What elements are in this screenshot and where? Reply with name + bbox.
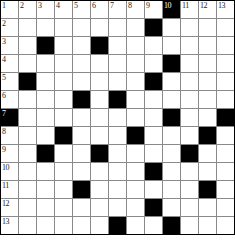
cell-r3-c8-white[interactable] bbox=[127, 37, 144, 54]
cell-r2-c11-white[interactable] bbox=[181, 19, 198, 36]
cell-r2-c4-white[interactable] bbox=[55, 19, 72, 36]
cell-r3-c12-white[interactable] bbox=[199, 37, 216, 54]
cell-coordinate-label: 9 bbox=[2, 145, 6, 154]
cell-r5-c10-white[interactable] bbox=[163, 73, 180, 90]
cell-r10-c1-white[interactable]: 10 bbox=[1, 163, 18, 180]
cell-r3-c13-white[interactable] bbox=[217, 37, 234, 54]
cell-r8-c12-black bbox=[199, 127, 216, 144]
cell-r8-c10-white[interactable] bbox=[163, 127, 180, 144]
cell-r3-c7-white[interactable] bbox=[109, 37, 126, 54]
cell-r12-c10-white[interactable] bbox=[163, 199, 180, 216]
cell-r1-c10-black: 10 bbox=[163, 1, 180, 18]
cell-coordinate-label: 1 bbox=[2, 1, 6, 10]
cell-r1-c13-white[interactable]: 13 bbox=[217, 1, 234, 18]
cell-r8-c2-white[interactable] bbox=[19, 127, 36, 144]
cell-r8-c6-white[interactable] bbox=[91, 127, 108, 144]
cell-coordinate-label: 6 bbox=[92, 1, 96, 10]
cell-coordinate-label: 11 bbox=[2, 181, 9, 190]
cell-r6-c10-white[interactable] bbox=[163, 91, 180, 108]
cell-r10-c3-white[interactable] bbox=[37, 163, 54, 180]
cell-r3-c9-white[interactable] bbox=[145, 37, 162, 54]
cell-r13-c4-white[interactable] bbox=[55, 217, 72, 234]
cell-r2-c6-white[interactable] bbox=[91, 19, 108, 36]
cell-r13-c9-white[interactable] bbox=[145, 217, 162, 234]
cell-r12-c2-white[interactable] bbox=[19, 199, 36, 216]
cell-r6-c9-white[interactable] bbox=[145, 91, 162, 108]
cell-r13-c6-white[interactable] bbox=[91, 217, 108, 234]
cell-r13-c12-white[interactable] bbox=[199, 217, 216, 234]
cell-r8-c4-black bbox=[55, 127, 72, 144]
cell-r9-c1-white[interactable]: 9 bbox=[1, 145, 18, 162]
cell-r8-c1-white[interactable]: 8 bbox=[1, 127, 18, 144]
cell-r7-c6-white[interactable] bbox=[91, 109, 108, 126]
cell-r6-c1-white[interactable]: 6 bbox=[1, 91, 18, 108]
cell-r6-c11-white[interactable] bbox=[181, 91, 198, 108]
cell-r7-c11-white[interactable] bbox=[181, 109, 198, 126]
cell-r12-c4-white[interactable] bbox=[55, 199, 72, 216]
cell-r5-c6-white[interactable] bbox=[91, 73, 108, 90]
cell-r5-c7-white[interactable] bbox=[109, 73, 126, 90]
crossword-grid: 123456789101112132345678910111213 bbox=[0, 0, 235, 235]
cell-coordinate-label: 12 bbox=[2, 199, 9, 208]
cell-r8-c9-white[interactable] bbox=[145, 127, 162, 144]
cell-r1-c4-white[interactable]: 4 bbox=[55, 1, 72, 18]
cell-r4-c5-white[interactable] bbox=[73, 55, 90, 72]
cell-r13-c1-white[interactable]: 13 bbox=[1, 217, 18, 234]
cell-r5-c5-white[interactable] bbox=[73, 73, 90, 90]
cell-r6-c4-white[interactable] bbox=[55, 91, 72, 108]
cell-coordinate-label: 9 bbox=[146, 1, 150, 10]
cell-r13-c13-white[interactable] bbox=[217, 217, 234, 234]
cell-r4-c11-white[interactable] bbox=[181, 55, 198, 72]
cell-r7-c2-white[interactable] bbox=[19, 109, 36, 126]
cell-r4-c13-white[interactable] bbox=[217, 55, 234, 72]
cell-coordinate-label: 5 bbox=[2, 73, 6, 82]
cell-r2-c8-white[interactable] bbox=[127, 19, 144, 36]
cell-r10-c9-black bbox=[145, 163, 162, 180]
cell-coordinate-label: 8 bbox=[128, 1, 132, 10]
cell-r5-c12-white[interactable] bbox=[199, 73, 216, 90]
cell-r9-c4-white[interactable] bbox=[55, 145, 72, 162]
cell-r12-c9-black bbox=[145, 199, 162, 216]
cell-coordinate-label: 7 bbox=[110, 1, 114, 10]
cell-r2-c5-white[interactable] bbox=[73, 19, 90, 36]
cell-coordinate-label: 13 bbox=[218, 1, 225, 10]
cell-r13-c10-black bbox=[163, 217, 180, 234]
cell-r13-c5-white[interactable] bbox=[73, 217, 90, 234]
cell-r7-c4-white[interactable] bbox=[55, 109, 72, 126]
cell-r9-c13-white[interactable] bbox=[217, 145, 234, 162]
cell-r10-c6-white[interactable] bbox=[91, 163, 108, 180]
cell-r3-c5-white[interactable] bbox=[73, 37, 90, 54]
cell-r11-c2-white[interactable] bbox=[19, 181, 36, 198]
cell-r7-c8-white[interactable] bbox=[127, 109, 144, 126]
cell-r6-c7-black bbox=[109, 91, 126, 108]
cell-r4-c10-black bbox=[163, 55, 180, 72]
cell-r3-c10-white[interactable] bbox=[163, 37, 180, 54]
cell-coordinate-label: 10 bbox=[164, 1, 171, 10]
cell-r3-c2-white[interactable] bbox=[19, 37, 36, 54]
cell-r11-c11-white[interactable] bbox=[181, 181, 198, 198]
cell-r13-c2-white[interactable] bbox=[19, 217, 36, 234]
cell-r6-c8-white[interactable] bbox=[127, 91, 144, 108]
cell-r13-c3-white[interactable] bbox=[37, 217, 54, 234]
cell-r9-c10-white[interactable] bbox=[163, 145, 180, 162]
cell-r4-c6-white[interactable] bbox=[91, 55, 108, 72]
cell-coordinate-label: 4 bbox=[56, 1, 60, 10]
cell-coordinate-label: 12 bbox=[200, 1, 207, 10]
cell-r5-c4-white[interactable] bbox=[55, 73, 72, 90]
cell-r12-c3-white[interactable] bbox=[37, 199, 54, 216]
cell-r4-c1-white[interactable]: 4 bbox=[1, 55, 18, 72]
cell-r5-c9-black bbox=[145, 73, 162, 90]
cell-r9-c7-white[interactable] bbox=[109, 145, 126, 162]
cell-r4-c4-white[interactable] bbox=[55, 55, 72, 72]
cell-r8-c7-white[interactable] bbox=[109, 127, 126, 144]
cell-r10-c2-white[interactable] bbox=[19, 163, 36, 180]
cell-r7-c10-black bbox=[163, 109, 180, 126]
cell-r12-c7-white[interactable] bbox=[109, 199, 126, 216]
cell-r3-c6-black bbox=[91, 37, 108, 54]
cell-r6-c12-white[interactable] bbox=[199, 91, 216, 108]
cell-r11-c6-white[interactable] bbox=[91, 181, 108, 198]
cell-r11-c3-white[interactable] bbox=[37, 181, 54, 198]
cell-r13-c7-black bbox=[109, 217, 126, 234]
cell-r1-c6-white[interactable]: 6 bbox=[91, 1, 108, 18]
cell-r5-c8-white[interactable] bbox=[127, 73, 144, 90]
cell-r5-c1-white[interactable]: 5 bbox=[1, 73, 18, 90]
cell-r3-c11-white[interactable] bbox=[181, 37, 198, 54]
cell-coordinate-label: 5 bbox=[74, 1, 78, 10]
cell-r1-c9-white[interactable]: 9 bbox=[145, 1, 162, 18]
cell-r11-c4-white[interactable] bbox=[55, 181, 72, 198]
cell-coordinate-label: 2 bbox=[2, 19, 6, 28]
cell-r9-c3-black bbox=[37, 145, 54, 162]
cell-r13-c8-white[interactable] bbox=[127, 217, 144, 234]
cell-r2-c10-white[interactable] bbox=[163, 19, 180, 36]
cell-r9-c11-black bbox=[181, 145, 198, 162]
cell-r10-c7-white[interactable] bbox=[109, 163, 126, 180]
cell-r9-c5-white[interactable] bbox=[73, 145, 90, 162]
cell-r4-c12-white[interactable] bbox=[199, 55, 216, 72]
cell-r10-c5-white[interactable] bbox=[73, 163, 90, 180]
cell-r5-c11-white[interactable] bbox=[181, 73, 198, 90]
cell-r3-c3-black bbox=[37, 37, 54, 54]
cell-r2-c9-black bbox=[145, 19, 162, 36]
cell-r3-c1-white[interactable]: 3 bbox=[1, 37, 18, 54]
cell-r4-c2-white[interactable] bbox=[19, 55, 36, 72]
cell-r9-c9-white[interactable] bbox=[145, 145, 162, 162]
cell-r1-c12-white[interactable]: 12 bbox=[199, 1, 216, 18]
cell-r10-c4-white[interactable] bbox=[55, 163, 72, 180]
cell-r1-c7-white[interactable]: 7 bbox=[109, 1, 126, 18]
cell-r7-c1-black: 7 bbox=[1, 109, 18, 126]
cell-r1-c5-white[interactable]: 5 bbox=[73, 1, 90, 18]
cell-coordinate-label: 13 bbox=[2, 217, 9, 226]
cell-r1-c1-white[interactable]: 1 bbox=[1, 1, 18, 18]
cell-r12-c5-white[interactable] bbox=[73, 199, 90, 216]
cell-r11-c8-white[interactable] bbox=[127, 181, 144, 198]
cell-r5-c13-white[interactable] bbox=[217, 73, 234, 90]
cell-r11-c1-white[interactable]: 11 bbox=[1, 181, 18, 198]
cell-r11-c13-white[interactable] bbox=[217, 181, 234, 198]
cell-r2-c2-white[interactable] bbox=[19, 19, 36, 36]
cell-coordinate-label: 3 bbox=[38, 1, 42, 10]
cell-coordinate-label: 3 bbox=[2, 37, 6, 46]
cell-r3-c4-white[interactable] bbox=[55, 37, 72, 54]
cell-coordinate-label: 4 bbox=[2, 55, 6, 64]
cell-coordinate-label: 6 bbox=[2, 91, 6, 100]
cell-r6-c2-white[interactable] bbox=[19, 91, 36, 108]
cell-r11-c10-white[interactable] bbox=[163, 181, 180, 198]
cell-r10-c11-white[interactable] bbox=[181, 163, 198, 180]
cell-r7-c9-white[interactable] bbox=[145, 109, 162, 126]
cell-r11-c5-black bbox=[73, 181, 90, 198]
cell-r11-c9-white[interactable] bbox=[145, 181, 162, 198]
cell-r4-c7-white[interactable] bbox=[109, 55, 126, 72]
cell-r4-c3-white[interactable] bbox=[37, 55, 54, 72]
cell-r8-c11-white[interactable] bbox=[181, 127, 198, 144]
cell-r10-c13-white[interactable] bbox=[217, 163, 234, 180]
cell-r10-c8-white[interactable] bbox=[127, 163, 144, 180]
cell-coordinate-label: 7 bbox=[2, 109, 6, 118]
cell-r12-c12-white[interactable] bbox=[199, 199, 216, 216]
cell-r4-c9-white[interactable] bbox=[145, 55, 162, 72]
cell-r9-c2-white[interactable] bbox=[19, 145, 36, 162]
cell-r1-c11-white[interactable]: 11 bbox=[181, 1, 198, 18]
cell-coordinate-label: 2 bbox=[20, 1, 24, 10]
cell-r5-c2-black bbox=[19, 73, 36, 90]
cell-r7-c13-black bbox=[217, 109, 234, 126]
cell-r1-c3-white[interactable]: 3 bbox=[37, 1, 54, 18]
cell-r8-c8-black bbox=[127, 127, 144, 144]
cell-r12-c6-white[interactable] bbox=[91, 199, 108, 216]
cell-r8-c5-white[interactable] bbox=[73, 127, 90, 144]
cell-r9-c8-white[interactable] bbox=[127, 145, 144, 162]
cell-r12-c8-white[interactable] bbox=[127, 199, 144, 216]
cell-r7-c7-white[interactable] bbox=[109, 109, 126, 126]
cell-r11-c12-black bbox=[199, 181, 216, 198]
cell-r9-c6-black bbox=[91, 145, 108, 162]
cell-r10-c10-white[interactable] bbox=[163, 163, 180, 180]
cell-r8-c3-white[interactable] bbox=[37, 127, 54, 144]
cell-r12-c1-white[interactable]: 12 bbox=[1, 199, 18, 216]
cell-r2-c12-white[interactable] bbox=[199, 19, 216, 36]
cell-r2-c7-white[interactable] bbox=[109, 19, 126, 36]
cell-r13-c11-white[interactable] bbox=[181, 217, 198, 234]
cell-r11-c7-white[interactable] bbox=[109, 181, 126, 198]
cell-r10-c12-white[interactable] bbox=[199, 163, 216, 180]
cell-r12-c13-white[interactable] bbox=[217, 199, 234, 216]
cell-r1-c8-white[interactable]: 8 bbox=[127, 1, 144, 18]
cell-r1-c2-white[interactable]: 2 bbox=[19, 1, 36, 18]
cell-r4-c8-white[interactable] bbox=[127, 55, 144, 72]
cell-r2-c3-white[interactable] bbox=[37, 19, 54, 36]
cell-r6-c3-white[interactable] bbox=[37, 91, 54, 108]
cell-r2-c13-white[interactable] bbox=[217, 19, 234, 36]
cell-r5-c3-white[interactable] bbox=[37, 73, 54, 90]
cell-r9-c12-white[interactable] bbox=[199, 145, 216, 162]
cell-coordinate-label: 11 bbox=[182, 1, 189, 10]
cell-r8-c13-white[interactable] bbox=[217, 127, 234, 144]
cell-r6-c6-white[interactable] bbox=[91, 91, 108, 108]
cell-r6-c5-black bbox=[73, 91, 90, 108]
cell-r7-c12-white[interactable] bbox=[199, 109, 216, 126]
cell-r7-c5-white[interactable] bbox=[73, 109, 90, 126]
cell-r2-c1-white[interactable]: 2 bbox=[1, 19, 18, 36]
cell-r6-c13-white[interactable] bbox=[217, 91, 234, 108]
cell-coordinate-label: 10 bbox=[2, 163, 9, 172]
cell-r12-c11-white[interactable] bbox=[181, 199, 198, 216]
cell-r7-c3-white[interactable] bbox=[37, 109, 54, 126]
cell-coordinate-label: 8 bbox=[2, 127, 6, 136]
